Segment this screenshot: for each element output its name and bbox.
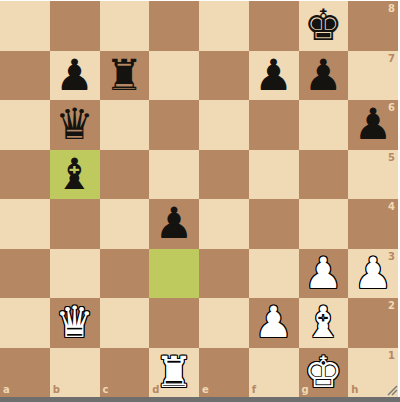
file-label-f: f xyxy=(252,384,256,395)
square-h5[interactable]: 5 xyxy=(348,150,398,200)
square-e1[interactable]: e xyxy=(199,348,249,398)
square-g3[interactable]: ♟ xyxy=(299,249,349,299)
square-a8[interactable] xyxy=(0,1,50,51)
square-e6[interactable] xyxy=(199,100,249,150)
piece-black-rook[interactable]: ♜ xyxy=(105,54,144,97)
square-f6[interactable] xyxy=(249,100,299,150)
square-h7[interactable]: 7 xyxy=(348,51,398,101)
square-e2[interactable] xyxy=(199,298,249,348)
square-c7[interactable]: ♜ xyxy=(100,51,150,101)
square-a7[interactable] xyxy=(0,51,50,101)
square-h6[interactable]: 6♟ xyxy=(348,100,398,150)
square-a5[interactable] xyxy=(0,150,50,200)
square-b4[interactable] xyxy=(50,199,100,249)
piece-white-pawn[interactable]: ♟ xyxy=(254,301,293,344)
square-h2[interactable]: 2 xyxy=(348,298,398,348)
square-a6[interactable] xyxy=(0,100,50,150)
square-g2[interactable]: ♝ xyxy=(299,298,349,348)
square-a2[interactable] xyxy=(0,298,50,348)
piece-white-pawn[interactable]: ♟ xyxy=(304,252,343,295)
square-c2[interactable] xyxy=(100,298,150,348)
rank-label-2: 2 xyxy=(388,300,395,311)
square-f1[interactable]: f xyxy=(249,348,299,398)
square-a3[interactable] xyxy=(0,249,50,299)
square-f5[interactable] xyxy=(249,150,299,200)
rank-label-4: 4 xyxy=(388,201,395,212)
square-c1[interactable]: c xyxy=(100,348,150,398)
square-d4[interactable]: ♟ xyxy=(149,199,199,249)
square-g5[interactable] xyxy=(299,150,349,200)
square-c4[interactable] xyxy=(100,199,150,249)
square-b3[interactable] xyxy=(50,249,100,299)
piece-black-pawn[interactable]: ♟ xyxy=(354,103,393,146)
square-e4[interactable] xyxy=(199,199,249,249)
square-d5[interactable] xyxy=(149,150,199,200)
square-b5[interactable]: ♝ xyxy=(50,150,100,200)
square-b6[interactable]: ♛ xyxy=(50,100,100,150)
square-d2[interactable] xyxy=(149,298,199,348)
square-a4[interactable] xyxy=(0,199,50,249)
square-g6[interactable] xyxy=(299,100,349,150)
square-h8[interactable]: 8 xyxy=(348,1,398,51)
file-label-e: e xyxy=(202,384,209,395)
square-f4[interactable] xyxy=(249,199,299,249)
square-b2[interactable]: ♛ xyxy=(50,298,100,348)
square-g8[interactable]: ♚ xyxy=(299,1,349,51)
piece-black-queen[interactable]: ♛ xyxy=(55,103,94,146)
square-c6[interactable] xyxy=(100,100,150,150)
piece-white-queen[interactable]: ♛ xyxy=(55,301,94,344)
piece-black-pawn[interactable]: ♟ xyxy=(155,202,194,245)
square-b1[interactable]: b xyxy=(50,348,100,398)
square-b7[interactable]: ♟ xyxy=(50,51,100,101)
square-a1[interactable]: a xyxy=(0,348,50,398)
board-resize-handle[interactable] xyxy=(387,385,398,396)
square-h3[interactable]: 3♟ xyxy=(348,249,398,299)
piece-black-pawn[interactable]: ♟ xyxy=(304,54,343,97)
board-bottom-border xyxy=(0,397,400,402)
square-d1[interactable]: d♜ xyxy=(149,348,199,398)
square-b8[interactable] xyxy=(50,1,100,51)
square-f2[interactable]: ♟ xyxy=(249,298,299,348)
square-h4[interactable]: 4 xyxy=(348,199,398,249)
piece-black-bishop[interactable]: ♝ xyxy=(55,153,94,196)
piece-black-king[interactable]: ♚ xyxy=(304,4,343,47)
file-label-c: c xyxy=(103,384,109,395)
piece-white-bishop[interactable]: ♝ xyxy=(304,301,343,344)
square-g7[interactable]: ♟ xyxy=(299,51,349,101)
square-g1[interactable]: g♚ xyxy=(299,348,349,398)
piece-white-rook[interactable]: ♜ xyxy=(155,351,194,394)
rank-label-7: 7 xyxy=(388,53,395,64)
square-e8[interactable] xyxy=(199,1,249,51)
file-label-a: a xyxy=(3,384,10,395)
piece-white-pawn[interactable]: ♟ xyxy=(354,252,393,295)
square-g4[interactable] xyxy=(299,199,349,249)
square-e7[interactable] xyxy=(199,51,249,101)
piece-white-king[interactable]: ♚ xyxy=(304,351,343,394)
square-d6[interactable] xyxy=(149,100,199,150)
chess-board-widget: ♚8♟♜♟♟7♛6♟♝5♟4♟3♟♛♟♝2abcd♜efg♚h1 xyxy=(0,0,400,402)
rank-label-1: 1 xyxy=(388,350,395,361)
rank-label-8: 8 xyxy=(388,3,395,14)
piece-black-pawn[interactable]: ♟ xyxy=(55,54,94,97)
square-c5[interactable] xyxy=(100,150,150,200)
square-d3[interactable] xyxy=(149,249,199,299)
piece-black-pawn[interactable]: ♟ xyxy=(254,54,293,97)
square-c3[interactable] xyxy=(100,249,150,299)
square-f7[interactable]: ♟ xyxy=(249,51,299,101)
square-f3[interactable] xyxy=(249,249,299,299)
rank-label-5: 5 xyxy=(388,152,395,163)
square-d8[interactable] xyxy=(149,1,199,51)
square-c8[interactable] xyxy=(100,1,150,51)
square-f8[interactable] xyxy=(249,1,299,51)
file-label-h: h xyxy=(351,384,358,395)
square-e5[interactable] xyxy=(199,150,249,200)
chess-board: ♚8♟♜♟♟7♛6♟♝5♟4♟3♟♛♟♝2abcd♜efg♚h1 xyxy=(0,1,398,397)
file-label-b: b xyxy=(53,384,60,395)
square-d7[interactable] xyxy=(149,51,199,101)
square-e3[interactable] xyxy=(199,249,249,299)
